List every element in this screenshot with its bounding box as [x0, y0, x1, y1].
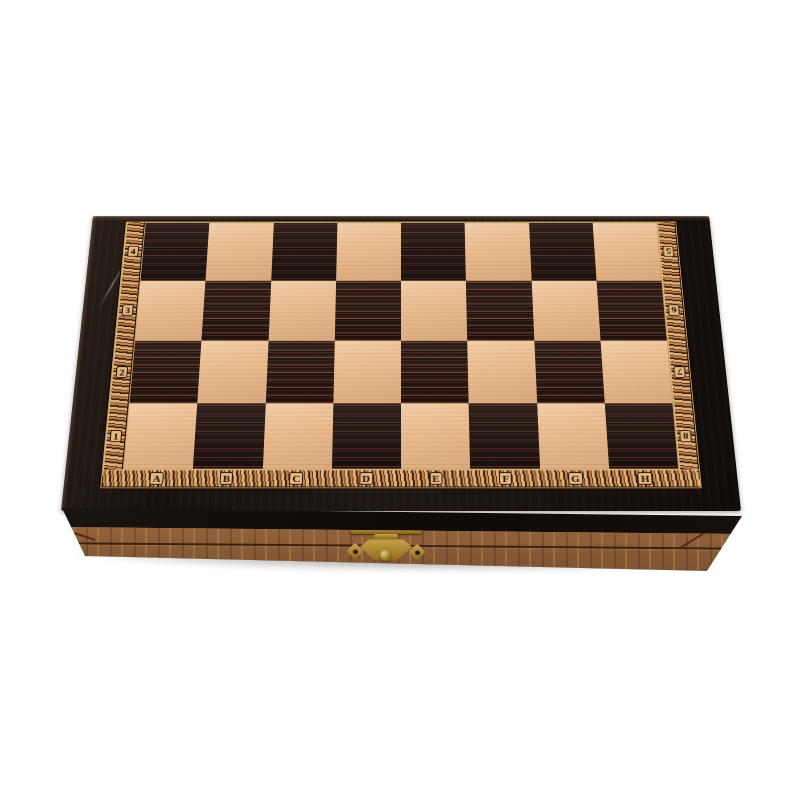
- rank-label-right-7-cell: 7: [669, 341, 692, 404]
- square-h4: [592, 223, 661, 281]
- rank-label-right-8: 8: [680, 430, 692, 442]
- square-g1: [537, 403, 609, 468]
- square-d4: [336, 223, 401, 281]
- file-label-e-cell: E: [401, 470, 471, 486]
- file-label-a: A: [149, 472, 164, 485]
- square-f2: [467, 341, 536, 404]
- file-label-a-cell: A: [121, 470, 192, 486]
- file-label-c-cell: C: [261, 470, 331, 486]
- square-g3: [531, 281, 600, 341]
- square-d2: [333, 341, 401, 404]
- square-d1: [332, 403, 401, 468]
- board-grid: [123, 222, 680, 469]
- file-label-d: D: [359, 472, 373, 485]
- square-e3: [401, 281, 467, 341]
- file-label-h-cell: H: [610, 470, 681, 486]
- square-c3: [268, 281, 336, 341]
- latch-hinge: [374, 534, 398, 539]
- square-g4: [529, 223, 597, 281]
- square-b1: [193, 403, 265, 468]
- rank-label-left-4: 4: [127, 246, 139, 257]
- square-h1: [605, 403, 679, 468]
- file-label-d-cell: D: [331, 470, 401, 486]
- file-label-h: H: [638, 472, 653, 485]
- square-a1: [124, 403, 198, 468]
- file-label-e: E: [429, 472, 442, 485]
- chessboard: 4321 5678 ABCDEFGH: [101, 222, 700, 487]
- screw-icon: [414, 525, 419, 530]
- rank-label-right-7: 7: [674, 366, 686, 378]
- rank-label-right-6: 6: [668, 305, 680, 316]
- square-g2: [534, 341, 605, 404]
- file-label-b: B: [220, 472, 234, 485]
- square-a3: [135, 281, 205, 341]
- file-label-f-cell: F: [471, 470, 541, 486]
- file-label-g: G: [568, 472, 583, 485]
- brass-latch: [348, 519, 424, 567]
- square-f4: [465, 223, 531, 281]
- file-label-c: C: [289, 472, 303, 485]
- rank-label-left-3: 3: [122, 305, 134, 316]
- rank-label-left-2: 2: [116, 366, 128, 378]
- rank-label-left-1: 1: [110, 430, 122, 442]
- square-b4: [206, 223, 274, 281]
- square-h3: [596, 281, 666, 341]
- square-c1: [262, 403, 333, 468]
- file-labels: ABCDEFGH: [101, 470, 700, 488]
- square-c4: [271, 223, 337, 281]
- screw-icon: [415, 550, 420, 555]
- square-c2: [265, 341, 334, 404]
- rank-label-right-5: 5: [663, 246, 675, 257]
- square-e4: [401, 223, 466, 281]
- photo-scene: 4321 5678 ABCDEFGH: [0, 0, 800, 800]
- chess-box: 4321 5678 ABCDEFGH: [61, 155, 741, 511]
- corner-joint-line: [680, 531, 707, 549]
- box-lid-top: 4321 5678 ABCDEFGH: [61, 216, 741, 511]
- corner-joint-line: [70, 531, 95, 541]
- square-b3: [202, 281, 271, 341]
- square-a2: [130, 341, 202, 404]
- screw-icon: [353, 549, 358, 554]
- square-e2: [401, 341, 469, 404]
- file-label-b-cell: B: [191, 470, 262, 486]
- latch-plate: [350, 521, 422, 534]
- rank-label-right-5-cell: 5: [658, 222, 680, 280]
- latch-slot: [368, 526, 404, 529]
- rank-label-right-6-cell: 6: [663, 280, 685, 340]
- square-b2: [197, 341, 268, 404]
- square-e1: [401, 403, 470, 468]
- rank-label-right-8-cell: 8: [674, 404, 698, 470]
- square-f3: [466, 281, 534, 341]
- latch-knob: [380, 550, 391, 561]
- file-label-g-cell: G: [540, 470, 611, 486]
- square-d3: [335, 281, 401, 341]
- file-label-f: F: [499, 472, 512, 485]
- square-f1: [469, 403, 540, 468]
- screw-icon: [353, 525, 358, 530]
- square-h2: [600, 341, 672, 404]
- square-a4: [141, 223, 210, 281]
